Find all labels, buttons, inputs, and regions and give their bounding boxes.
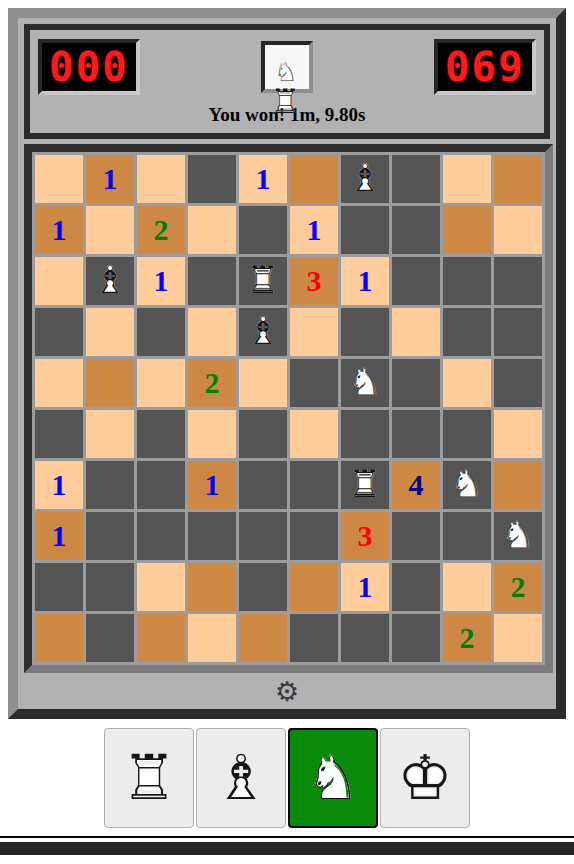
cell-r9c9[interactable] [443, 563, 491, 611]
cell-number: 2 [205, 368, 220, 398]
cell-r9c2[interactable] [86, 563, 134, 611]
cell-r10c5[interactable] [239, 614, 287, 662]
cell-r4c5[interactable]: ♝♗ [239, 308, 287, 356]
cell-r7c3[interactable] [137, 461, 185, 509]
cell-r6c7[interactable] [341, 410, 389, 458]
cell-r10c6[interactable] [290, 614, 338, 662]
cell-r2c5[interactable] [239, 206, 287, 254]
cell-r1c8[interactable] [392, 155, 440, 203]
game-window: 000 ♞♘♜♖ 069 You won! 1m, 9.80s 11♝♗121♝… [8, 8, 566, 719]
cell-number: 2 [511, 572, 526, 602]
king-icon: ♚♔ [394, 742, 456, 813]
cell-r6c9[interactable] [443, 410, 491, 458]
cell-r1c6[interactable] [290, 155, 338, 203]
piece-button-knight[interactable]: ♞♘ [288, 728, 378, 828]
cell-r1c10[interactable] [494, 155, 542, 203]
cell-r7c4[interactable]: 1 [188, 461, 236, 509]
piece-selector: ♜♖♝♗♞♘♚♔ [0, 728, 574, 828]
cell-r9c3[interactable] [137, 563, 185, 611]
cell-r8c1[interactable]: 1 [35, 512, 83, 560]
cell-r4c7[interactable] [341, 308, 389, 356]
cell-r6c2[interactable] [86, 410, 134, 458]
header-panel: 000 ♞♘♜♖ 069 You won! 1m, 9.80s [24, 24, 550, 139]
cell-r2c9[interactable] [443, 206, 491, 254]
bottom-bar [0, 842, 574, 855]
cell-r2c1[interactable]: 1 [35, 206, 83, 254]
cell-r10c9[interactable]: 2 [443, 614, 491, 662]
rook-icon: ♜♖ [268, 82, 302, 121]
cell-number: 1 [52, 521, 67, 551]
cell-r8c7[interactable]: 3 [341, 512, 389, 560]
cell-r9c1[interactable] [35, 563, 83, 611]
cell-r8c8[interactable] [392, 512, 440, 560]
cell-r9c4[interactable] [188, 563, 236, 611]
cell-r10c10[interactable] [494, 614, 542, 662]
cell-r5c7[interactable]: ♞♘ [341, 359, 389, 407]
cell-r2c10[interactable] [494, 206, 542, 254]
cell-r4c6[interactable] [290, 308, 338, 356]
cell-r3c3[interactable]: 1 [137, 257, 185, 305]
rook-icon: ♜♖ [118, 742, 180, 813]
cell-r2c4[interactable] [188, 206, 236, 254]
cell-r3c7[interactable]: 1 [341, 257, 389, 305]
bishop-icon: ♝♗ [91, 259, 129, 303]
cell-r7c6[interactable] [290, 461, 338, 509]
cell-r1c3[interactable] [137, 155, 185, 203]
cell-r3c1[interactable] [35, 257, 83, 305]
bishop-icon: ♝♗ [346, 157, 384, 201]
cell-r5c9[interactable] [443, 359, 491, 407]
cell-r5c1[interactable] [35, 359, 83, 407]
cell-r4c4[interactable] [188, 308, 236, 356]
knight-icon: ♞♘ [448, 463, 486, 507]
cell-r2c3[interactable]: 2 [137, 206, 185, 254]
cell-r4c1[interactable] [35, 308, 83, 356]
cell-r10c1[interactable] [35, 614, 83, 662]
cell-r6c6[interactable] [290, 410, 338, 458]
cell-r7c8[interactable]: 4 [392, 461, 440, 509]
cell-number: 1 [154, 266, 169, 296]
rook-icon: ♜♖ [244, 259, 282, 303]
cell-number: 1 [103, 164, 118, 194]
bishop-icon: ♝♗ [244, 310, 282, 354]
cell-r2c8[interactable] [392, 206, 440, 254]
settings-gear-icon[interactable]: ⚙ [275, 678, 299, 705]
bishop-icon: ♝♗ [210, 742, 272, 813]
cell-r4c3[interactable] [137, 308, 185, 356]
cell-r5c3[interactable] [137, 359, 185, 407]
cell-r2c6[interactable]: 1 [290, 206, 338, 254]
cell-r10c4[interactable] [188, 614, 236, 662]
piece-button-rook[interactable]: ♜♖ [104, 728, 194, 828]
cell-r10c8[interactable] [392, 614, 440, 662]
cell-r7c7[interactable]: ♜♖ [341, 461, 389, 509]
cell-r10c3[interactable] [137, 614, 185, 662]
cell-r4c2[interactable] [86, 308, 134, 356]
cell-r10c2[interactable] [86, 614, 134, 662]
header-row: 000 ♞♘♜♖ 069 [38, 39, 536, 95]
cell-r1c5[interactable]: 1 [239, 155, 287, 203]
cell-r7c2[interactable] [86, 461, 134, 509]
cell-r8c3[interactable] [137, 512, 185, 560]
cell-r5c4[interactable]: 2 [188, 359, 236, 407]
cell-number: 1 [205, 470, 220, 500]
separator-line [0, 836, 574, 838]
cell-r6c3[interactable] [137, 410, 185, 458]
cell-number: 4 [409, 470, 424, 500]
cell-r3c10[interactable] [494, 257, 542, 305]
cell-r6c10[interactable] [494, 410, 542, 458]
pieces-counter: 000 [38, 39, 140, 95]
cell-r1c1[interactable] [35, 155, 83, 203]
cell-r9c5[interactable] [239, 563, 287, 611]
cell-r8c10[interactable]: ♞♘ [494, 512, 542, 560]
rook-icon: ♜♖ [346, 463, 384, 507]
cell-number: 1 [358, 572, 373, 602]
cell-r3c5[interactable]: ♜♖ [239, 257, 287, 305]
cell-number: 1 [52, 215, 67, 245]
cell-r6c1[interactable] [35, 410, 83, 458]
cell-number: 3 [358, 521, 373, 551]
cell-number: 1 [256, 164, 271, 194]
cell-r6c8[interactable] [392, 410, 440, 458]
cell-number: 1 [307, 215, 322, 245]
cell-r1c2[interactable]: 1 [86, 155, 134, 203]
cell-r10c7[interactable] [341, 614, 389, 662]
cell-r5c8[interactable] [392, 359, 440, 407]
cell-r8c6[interactable] [290, 512, 338, 560]
board-footer: ⚙ [24, 673, 550, 709]
cell-r6c4[interactable] [188, 410, 236, 458]
cell-r2c7[interactable] [341, 206, 389, 254]
cell-number: 2 [154, 215, 169, 245]
cell-r3c9[interactable] [443, 257, 491, 305]
cell-number: 2 [460, 623, 475, 653]
knight-icon: ♞♘ [302, 742, 364, 813]
cell-r1c9[interactable] [443, 155, 491, 203]
cell-r8c5[interactable] [239, 512, 287, 560]
cell-r7c1[interactable]: 1 [35, 461, 83, 509]
cell-r3c6[interactable]: 3 [290, 257, 338, 305]
cell-r9c8[interactable] [392, 563, 440, 611]
cell-r9c7[interactable]: 1 [341, 563, 389, 611]
cell-number: 3 [307, 266, 322, 296]
rook-knight-chancellor-icon: ♞♘♜♖ [270, 63, 304, 120]
page: 000 ♞♘♜♖ 069 You won! 1m, 9.80s 11♝♗121♝… [0, 8, 574, 855]
piece-button-king[interactable]: ♚♔ [380, 728, 470, 828]
cell-r8c9[interactable] [443, 512, 491, 560]
cell-r3c2[interactable]: ♝♗ [86, 257, 134, 305]
cell-r7c9[interactable]: ♞♘ [443, 461, 491, 509]
cell-r9c6[interactable] [290, 563, 338, 611]
knight-icon: ♞♘ [499, 514, 537, 558]
cell-r5c5[interactable] [239, 359, 287, 407]
piece-button-bishop[interactable]: ♝♗ [196, 728, 286, 828]
cell-r9c10[interactable]: 2 [494, 563, 542, 611]
timer-counter: 069 [434, 39, 536, 95]
knight-icon: ♞♘ [346, 361, 384, 405]
cell-r3c4[interactable] [188, 257, 236, 305]
cell-r4c10[interactable] [494, 308, 542, 356]
reset-button[interactable]: ♞♘♜♖ [261, 41, 313, 93]
cell-r5c2[interactable] [86, 359, 134, 407]
cell-number: 1 [358, 266, 373, 296]
cell-r3c8[interactable] [392, 257, 440, 305]
cell-r4c8[interactable] [392, 308, 440, 356]
cell-r5c10[interactable] [494, 359, 542, 407]
cell-r8c4[interactable] [188, 512, 236, 560]
cell-r2c2[interactable] [86, 206, 134, 254]
cell-r5c6[interactable] [290, 359, 338, 407]
cell-r8c2[interactable] [86, 512, 134, 560]
cell-r6c5[interactable] [239, 410, 287, 458]
cell-number: 1 [52, 470, 67, 500]
board: 11♝♗121♝♗1♜♖31♝♗2♞♘11♜♖4♞♘13♞♘122 [24, 144, 553, 673]
cell-r7c5[interactable] [239, 461, 287, 509]
cell-r1c4[interactable] [188, 155, 236, 203]
cell-r1c7[interactable]: ♝♗ [341, 155, 389, 203]
cell-r4c9[interactable] [443, 308, 491, 356]
cell-r7c10[interactable] [494, 461, 542, 509]
